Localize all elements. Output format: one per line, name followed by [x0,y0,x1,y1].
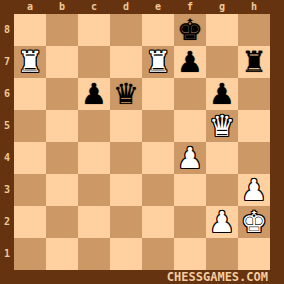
black-pawn-c6: ♟ [78,78,110,110]
black-pawn-g6: ♟ [206,78,238,110]
square-e1[interactable] [142,238,174,270]
square-h6[interactable] [238,78,270,110]
file-labels: abcdefgh [14,0,270,14]
square-g7[interactable] [206,46,238,78]
square-d8[interactable] [110,14,142,46]
square-f1[interactable] [174,238,206,270]
square-h4[interactable] [238,142,270,174]
file-label-c: c [78,0,110,14]
rank-label-7: 7 [0,46,14,78]
square-a4[interactable] [14,142,46,174]
file-label-g: g [206,0,238,14]
white-pawn-g2: ♟ [206,206,238,238]
square-c8[interactable] [78,14,110,46]
square-a5[interactable] [14,110,46,142]
square-b5[interactable] [46,110,78,142]
rank-label-6: 6 [0,78,14,110]
square-d6[interactable]: ♛ [110,78,142,110]
chess-board: ♚♜♜♟♜♟♛♟♛♟♟♟♚ [14,14,270,270]
square-f6[interactable] [174,78,206,110]
square-e8[interactable] [142,14,174,46]
site-watermark-label: CHESSGAMES.COM [167,271,268,283]
square-e4[interactable] [142,142,174,174]
square-c3[interactable] [78,174,110,206]
square-d1[interactable] [110,238,142,270]
square-b7[interactable] [46,46,78,78]
square-b8[interactable] [46,14,78,46]
white-queen-g5: ♛ [206,110,238,142]
square-e2[interactable] [142,206,174,238]
square-h2[interactable]: ♚ [238,206,270,238]
square-g3[interactable] [206,174,238,206]
square-a2[interactable] [14,206,46,238]
square-b6[interactable] [46,78,78,110]
site-watermark: CHESSGAMES.COM [14,270,270,284]
square-c2[interactable] [78,206,110,238]
square-a6[interactable] [14,78,46,110]
file-label-a: a [14,0,46,14]
square-c7[interactable] [78,46,110,78]
file-label-d: d [110,0,142,14]
square-g5[interactable]: ♛ [206,110,238,142]
rank-label-2: 2 [0,206,14,238]
rank-label-1: 1 [0,238,14,270]
square-b1[interactable] [46,238,78,270]
white-rook-a7: ♜ [14,46,46,78]
square-c4[interactable] [78,142,110,174]
square-e3[interactable] [142,174,174,206]
white-pawn-h3: ♟ [238,174,270,206]
square-a8[interactable] [14,14,46,46]
square-f2[interactable] [174,206,206,238]
black-king-f8: ♚ [174,14,206,46]
square-g2[interactable]: ♟ [206,206,238,238]
file-label-b: b [46,0,78,14]
black-pawn-f7: ♟ [174,46,206,78]
square-f7[interactable]: ♟ [174,46,206,78]
square-g4[interactable] [206,142,238,174]
square-d7[interactable] [110,46,142,78]
square-a3[interactable] [14,174,46,206]
rank-label-4: 4 [0,142,14,174]
white-rook-e7: ♜ [142,46,174,78]
square-h3[interactable]: ♟ [238,174,270,206]
square-b4[interactable] [46,142,78,174]
rank-label-5: 5 [0,110,14,142]
square-e7[interactable]: ♜ [142,46,174,78]
black-rook-h7: ♜ [238,46,270,78]
rank-labels: 87654321 [0,14,14,270]
square-d3[interactable] [110,174,142,206]
rank-label-3: 3 [0,174,14,206]
square-b3[interactable] [46,174,78,206]
square-e5[interactable] [142,110,174,142]
square-d2[interactable] [110,206,142,238]
square-a7[interactable]: ♜ [14,46,46,78]
square-g6[interactable]: ♟ [206,78,238,110]
square-g1[interactable] [206,238,238,270]
square-f3[interactable] [174,174,206,206]
square-f5[interactable] [174,110,206,142]
white-pawn-f4: ♟ [174,142,206,174]
square-d4[interactable] [110,142,142,174]
square-e6[interactable] [142,78,174,110]
square-a1[interactable] [14,238,46,270]
chess-board-frame: abcdefgh 87654321 ♚♜♜♟♜♟♛♟♛♟♟♟♚ CHESSGAM… [0,0,284,284]
file-label-f: f [174,0,206,14]
square-f4[interactable]: ♟ [174,142,206,174]
square-g8[interactable] [206,14,238,46]
square-f8[interactable]: ♚ [174,14,206,46]
square-c5[interactable] [78,110,110,142]
square-h7[interactable]: ♜ [238,46,270,78]
square-c6[interactable]: ♟ [78,78,110,110]
rank-label-8: 8 [0,14,14,46]
file-label-e: e [142,0,174,14]
file-label-h: h [238,0,270,14]
square-h5[interactable] [238,110,270,142]
black-queen-d6: ♛ [110,78,142,110]
square-h8[interactable] [238,14,270,46]
square-h1[interactable] [238,238,270,270]
square-c1[interactable] [78,238,110,270]
square-d5[interactable] [110,110,142,142]
square-b2[interactable] [46,206,78,238]
white-king-h2: ♚ [238,206,270,238]
